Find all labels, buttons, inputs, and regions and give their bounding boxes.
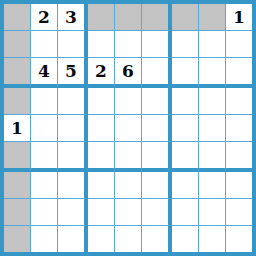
cell-r4c9[interactable] (226, 88, 252, 115)
cell-r4c4[interactable] (88, 88, 115, 115)
cell-r2c6[interactable] (142, 31, 172, 58)
cell-r8c7[interactable] (172, 199, 199, 226)
cell-r4c5[interactable] (115, 88, 142, 115)
cell-r1c8 (199, 4, 226, 31)
cell-r7c8[interactable] (199, 172, 226, 199)
cell-r7c6[interactable] (142, 172, 172, 199)
cell-r8c8[interactable] (199, 199, 226, 226)
cell-r6c7[interactable] (172, 142, 199, 172)
cell-r3c4[interactable]: 2 (88, 58, 115, 88)
cell-r2c7[interactable] (172, 31, 199, 58)
cell-r9c6[interactable] (142, 226, 172, 252)
cell-r7c4[interactable] (88, 172, 115, 199)
cell-r2c5[interactable] (115, 31, 142, 58)
cell-r7c5[interactable] (115, 172, 142, 199)
cell-r3c6[interactable] (142, 58, 172, 88)
cell-r6c1 (4, 142, 31, 172)
cell-r1c5 (115, 4, 142, 31)
cell-r9c7[interactable] (172, 226, 199, 252)
cell-r1c1 (4, 4, 31, 31)
cell-r3c9[interactable] (226, 58, 252, 88)
cell-r5c5[interactable] (115, 115, 142, 142)
cell-r4c8[interactable] (199, 88, 226, 115)
cell-r9c4[interactable] (88, 226, 115, 252)
cell-r6c6[interactable] (142, 142, 172, 172)
cell-r9c8[interactable] (199, 226, 226, 252)
cell-r2c8[interactable] (199, 31, 226, 58)
cell-r1c6 (142, 4, 172, 31)
cell-r1c3[interactable]: 3 (58, 4, 88, 31)
cell-r5c4[interactable] (88, 115, 115, 142)
cell-r6c3[interactable] (58, 142, 88, 172)
cell-r9c2[interactable] (31, 226, 58, 252)
cell-r4c7[interactable] (172, 88, 199, 115)
cell-r8c6[interactable] (142, 199, 172, 226)
cell-r3c5[interactable]: 6 (115, 58, 142, 88)
cell-r8c2[interactable] (31, 199, 58, 226)
cell-r8c9[interactable] (226, 199, 252, 226)
cell-r3c2[interactable]: 4 (31, 58, 58, 88)
cell-r5c2[interactable] (31, 115, 58, 142)
cell-r9c1 (4, 226, 31, 252)
cell-r1c7 (172, 4, 199, 31)
cell-r8c4[interactable] (88, 199, 115, 226)
cell-r7c9[interactable] (226, 172, 252, 199)
cell-r1c2[interactable]: 2 (31, 4, 58, 31)
cell-r2c1 (4, 31, 31, 58)
cell-r6c4[interactable] (88, 142, 115, 172)
cell-r7c1 (4, 172, 31, 199)
cell-r1c9[interactable]: 1 (226, 4, 252, 31)
cell-r3c1 (4, 58, 31, 88)
cell-r9c3[interactable] (58, 226, 88, 252)
cell-r4c1 (4, 88, 31, 115)
cell-r6c9[interactable] (226, 142, 252, 172)
cell-r3c8[interactable] (199, 58, 226, 88)
puzzle-board: 23145261 (0, 0, 256, 256)
cell-r7c7[interactable] (172, 172, 199, 199)
cell-r5c8[interactable] (199, 115, 226, 142)
cell-r2c9[interactable] (226, 31, 252, 58)
cell-r5c7[interactable] (172, 115, 199, 142)
cell-r4c3[interactable] (58, 88, 88, 115)
cell-r6c2[interactable] (31, 142, 58, 172)
cell-r2c3[interactable] (58, 31, 88, 58)
cell-r8c3[interactable] (58, 199, 88, 226)
cell-r5c1[interactable]: 1 (4, 115, 31, 142)
cell-r4c6[interactable] (142, 88, 172, 115)
cell-r8c1 (4, 199, 31, 226)
cell-r6c8[interactable] (199, 142, 226, 172)
cell-r6c5[interactable] (115, 142, 142, 172)
cell-r5c9[interactable] (226, 115, 252, 142)
cell-r8c5[interactable] (115, 199, 142, 226)
cell-r4c2[interactable] (31, 88, 58, 115)
cell-r1c4 (88, 4, 115, 31)
cell-r7c3[interactable] (58, 172, 88, 199)
cell-r2c4[interactable] (88, 31, 115, 58)
cell-r3c3[interactable]: 5 (58, 58, 88, 88)
cell-r5c6[interactable] (142, 115, 172, 142)
cell-r9c5[interactable] (115, 226, 142, 252)
cell-r3c7[interactable] (172, 58, 199, 88)
cell-r2c2[interactable] (31, 31, 58, 58)
cell-r5c3[interactable] (58, 115, 88, 142)
cell-r7c2[interactable] (31, 172, 58, 199)
cell-r9c9[interactable] (226, 226, 252, 252)
